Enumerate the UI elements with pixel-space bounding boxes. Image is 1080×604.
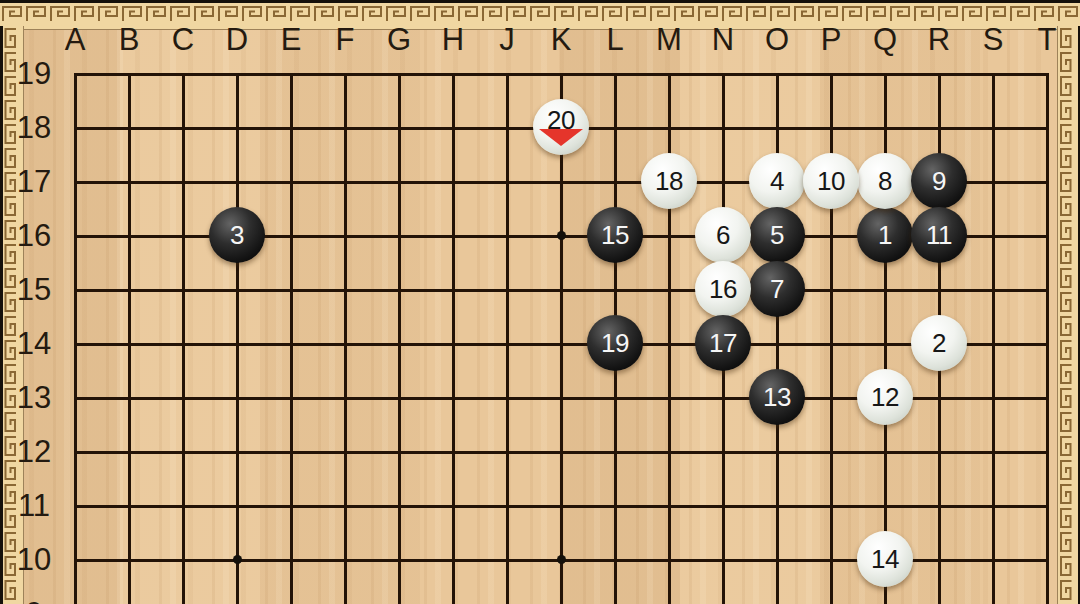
col-label-H: H [426,21,480,59]
stone-black-11-R16: 11 [911,207,967,263]
col-label-K: K [534,21,588,59]
star-point-K10 [557,555,566,564]
stone-white-10-P17: 10 [803,153,859,209]
col-label-F: F [318,21,372,59]
col-label-M: M [642,21,696,59]
row-label-11: 11 [10,486,58,526]
stone-black-3-D16: 3 [209,207,265,263]
row-label-14: 14 [10,324,58,364]
stone-black-17-N14: 17 [695,315,751,371]
col-label-E: E [264,21,318,59]
board-intersections-grid[interactable]: 1234567891011121314151617181920 [48,46,1074,604]
col-label-D: D [210,21,264,59]
row-label-13: 13 [10,378,58,418]
row-label-12: 12 [10,432,58,472]
stone-black-19-L14: 19 [587,315,643,371]
stone-white-6-N16: 6 [695,207,751,263]
stone-white-8-Q17: 8 [857,153,913,209]
stone-white-12-Q13: 12 [857,369,913,425]
column-labels: ABCDEFGHJKLMNOPQRST [48,21,1074,59]
col-label-C: C [156,21,210,59]
stone-black-9-R17: 9 [911,153,967,209]
row-label-16: 16 [10,216,58,256]
col-label-L: L [588,21,642,59]
frame-ornament-right [1057,26,1080,604]
stone-white-4-O17: 4 [749,153,805,209]
row-label-10: 10 [10,540,58,580]
col-label-N: N [696,21,750,59]
col-label-J: J [480,21,534,59]
row-label-19: 19 [10,54,58,94]
stone-white-2-R14: 2 [911,315,967,371]
row-label-15: 15 [10,270,58,310]
row-label-9: 9 [10,594,58,604]
col-label-Q: Q [858,21,912,59]
stone-white-20-K18: 20 [533,99,589,155]
col-label-R: R [912,21,966,59]
col-label-O: O [750,21,804,59]
greek-key-pattern-vertical [1058,26,1075,604]
stone-black-13-O13: 13 [749,369,805,425]
go-board: ABCDEFGHJKLMNOPQRST 19181716151413121110… [0,0,1080,604]
row-label-18: 18 [10,108,58,148]
stone-black-15-L16: 15 [587,207,643,263]
col-label-P: P [804,21,858,59]
star-point-D10 [233,555,242,564]
col-label-S: S [966,21,1020,59]
stone-black-5-O16: 5 [749,207,805,263]
stone-white-16-N15: 16 [695,261,751,317]
stone-black-7-O15: 7 [749,261,805,317]
star-point-K16 [557,231,566,240]
row-label-17: 17 [10,162,58,202]
col-label-T: T [1020,21,1074,59]
stone-white-14-Q10: 14 [857,531,913,587]
col-label-B: B [102,21,156,59]
stone-white-18-M17: 18 [641,153,697,209]
stone-black-1-Q16: 1 [857,207,913,263]
col-label-G: G [372,21,426,59]
